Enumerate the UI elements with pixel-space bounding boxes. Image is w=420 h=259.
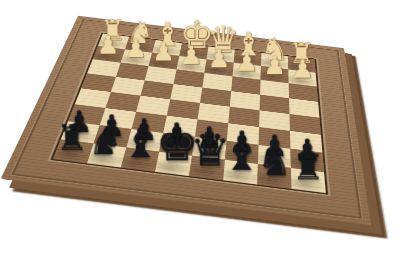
square-d4[interactable] (200, 88, 231, 107)
piece-bN-b8[interactable]: ♞ (257, 142, 291, 181)
piece-wP-e2[interactable]: ♟ (177, 42, 205, 67)
product-photo-scene: ♜♞♝♚♛♝♞♜♟♟♟♟♟♟♟♟♟♟♟♟♟♟♟♟♜♞♝♚♛♝♞♜ (0, 0, 420, 259)
square-e4[interactable] (170, 84, 202, 103)
piece-bR-h8[interactable]: ♜ (55, 121, 89, 156)
square-e8[interactable]: ♚ (155, 152, 192, 176)
piece-bB-f8[interactable]: ♝ (122, 123, 156, 164)
playing-field: ♜♞♝♚♛♝♞♜♟♟♟♟♟♟♟♟♟♟♟♟♟♟♟♟♜♞♝♚♛♝♞♜ (53, 34, 326, 193)
square-b4[interactable] (260, 95, 290, 114)
piece-wP-d2[interactable]: ♟ (205, 46, 233, 71)
square-h4[interactable] (81, 73, 116, 92)
square-c8[interactable]: ♝ (223, 160, 258, 185)
square-f8[interactable]: ♝ (121, 148, 159, 172)
square-f3[interactable] (145, 66, 177, 84)
piece-wP-h2[interactable]: ♟ (94, 32, 122, 57)
square-g3[interactable] (116, 63, 149, 81)
square-d3[interactable] (202, 73, 232, 91)
piece-bQ-d8[interactable]: ♛ (190, 127, 224, 172)
piece-bN-g8[interactable]: ♞ (89, 121, 123, 159)
piece-wP-c2[interactable]: ♟ (233, 49, 261, 74)
square-g8[interactable]: ♞ (87, 144, 126, 168)
piece-wP-g2[interactable]: ♟ (122, 36, 150, 61)
piece-bR-a8[interactable]: ♜ (291, 150, 325, 185)
piece-bB-c8[interactable]: ♝ (224, 136, 258, 177)
square-d8[interactable]: ♛ (189, 156, 225, 180)
piece-bK-e8[interactable]: ♚ (156, 121, 190, 169)
square-a8[interactable]: ♜ (291, 168, 326, 193)
piece-wP-a2[interactable]: ♟ (288, 56, 316, 81)
square-a3[interactable] (289, 83, 318, 101)
chess-board: ♜♞♝♚♛♝♞♜♟♟♟♟♟♟♟♟♟♟♟♟♟♟♟♟♜♞♝♚♛♝♞♜ (1, 16, 371, 226)
square-b8[interactable]: ♞ (257, 164, 291, 189)
piece-wP-b2[interactable]: ♟ (261, 53, 289, 78)
piece-wP-f2[interactable]: ♟ (149, 39, 177, 64)
